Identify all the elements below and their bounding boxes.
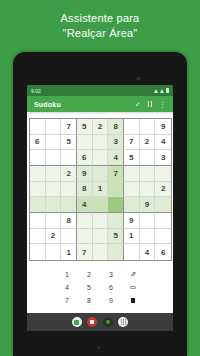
cell-r1c9[interactable]: 9 — [155, 119, 171, 135]
status-time: 9:02 — [31, 88, 41, 94]
cell-r4c7[interactable] — [124, 166, 140, 182]
cell-r7c3[interactable]: 8 — [61, 213, 77, 229]
app-bar: Sudoku ✓ ⋮ — [27, 96, 173, 112]
cell-r5c8[interactable] — [140, 182, 156, 198]
cell-r7c1[interactable] — [30, 213, 46, 229]
eraser-icon — [130, 286, 136, 290]
cell-r2c8[interactable]: 2 — [140, 135, 156, 151]
cell-r5c9[interactable]: 2 — [155, 182, 171, 198]
cell-r9c8[interactable]: 4 — [140, 244, 156, 260]
cell-r9c3[interactable]: 1 — [61, 244, 77, 260]
cell-r4c8[interactable] — [140, 166, 156, 182]
numpad-5[interactable]: 5 — [78, 281, 100, 294]
cell-r3c4[interactable]: 6 — [77, 150, 93, 166]
battery-icon — [166, 88, 169, 93]
cell-r8c4[interactable] — [77, 229, 93, 245]
cell-r4c4[interactable]: 9 — [77, 166, 93, 182]
red-app-icon[interactable] — [87, 317, 97, 327]
cell-r8c5[interactable] — [93, 229, 109, 245]
cell-r8c3[interactable] — [61, 229, 77, 245]
sudoku-board: 75289653724645329781249892511746 — [29, 118, 172, 261]
cell-r4c2[interactable] — [46, 166, 62, 182]
numpad: 123✎456789 — [56, 268, 144, 307]
pencil-icon: ✎ — [130, 271, 136, 279]
cell-r5c1[interactable] — [30, 182, 46, 198]
cell-r1c8[interactable] — [140, 119, 156, 135]
cell-r2c2[interactable] — [46, 135, 62, 151]
numpad-2[interactable]: 2 — [78, 268, 100, 281]
signal-icon — [154, 89, 158, 93]
cell-r5c5[interactable]: 1 — [93, 182, 109, 198]
cell-r7c2[interactable] — [46, 213, 62, 229]
cell-r6c9[interactable] — [155, 197, 171, 213]
cell-r6c4[interactable]: 4 — [77, 197, 93, 213]
notes-button[interactable]: ✎ — [122, 268, 144, 281]
cell-r8c1[interactable] — [30, 229, 46, 245]
cell-r7c8[interactable] — [140, 213, 156, 229]
cell-r6c5[interactable] — [93, 197, 109, 213]
cell-r7c6[interactable] — [108, 213, 124, 229]
cell-r3c2[interactable] — [46, 150, 62, 166]
check-icon[interactable]: ✓ — [135, 101, 141, 108]
cell-r1c1[interactable] — [30, 119, 46, 135]
cell-r2c1[interactable]: 6 — [30, 135, 46, 151]
sudoku-app-icon[interactable] — [72, 317, 82, 327]
cell-r9c7[interactable] — [124, 244, 140, 260]
cell-r8c8[interactable] — [140, 229, 156, 245]
cell-r2c6[interactable]: 3 — [108, 135, 124, 151]
cell-r1c6[interactable]: 8 — [108, 119, 124, 135]
cell-r5c7[interactable] — [124, 182, 140, 198]
cell-r3c7[interactable]: 5 — [124, 150, 140, 166]
cell-r4c6[interactable]: 7 — [108, 166, 124, 182]
dark-green-app-icon[interactable] — [103, 317, 113, 327]
cell-r3c9[interactable]: 3 — [155, 150, 171, 166]
overflow-menu-icon[interactable]: ⋮ — [159, 101, 166, 108]
tablet-frame: 9:02 Sudoku ✓ ⋮ 752896537246453297812498… — [13, 52, 187, 356]
cell-r1c7[interactable] — [124, 119, 140, 135]
cell-r9c2[interactable] — [46, 244, 62, 260]
cell-r6c8[interactable]: 9 — [140, 197, 156, 213]
cell-r4c9[interactable] — [155, 166, 171, 182]
bezel-dot — [97, 346, 100, 349]
numpad-3[interactable]: 3 — [100, 268, 122, 281]
cell-r6c1[interactable] — [30, 197, 46, 213]
cell-r4c3[interactable]: 2 — [61, 166, 77, 182]
cell-r5c6[interactable] — [108, 182, 124, 198]
cell-r1c3[interactable]: 7 — [61, 119, 77, 135]
cell-r9c4[interactable]: 7 — [77, 244, 93, 260]
numpad-8[interactable]: 8 — [78, 294, 100, 307]
numpad-1[interactable]: 1 — [56, 268, 78, 281]
cell-r2c4[interactable] — [77, 135, 93, 151]
cell-r9c6[interactable] — [108, 244, 124, 260]
cell-r3c6[interactable]: 4 — [108, 150, 124, 166]
page-title-line1: Assistente para — [0, 11, 200, 26]
cell-r8c6[interactable]: 5 — [108, 229, 124, 245]
status-bar: 9:02 — [27, 85, 173, 96]
cell-r9c1[interactable] — [30, 244, 46, 260]
cell-r1c5[interactable]: 2 — [93, 119, 109, 135]
cell-r2c3[interactable]: 5 — [61, 135, 77, 151]
cell-r5c4[interactable]: 8 — [77, 182, 93, 198]
front-camera-icon — [137, 77, 140, 80]
cell-r2c5[interactable] — [93, 135, 109, 151]
cell-r6c3[interactable] — [61, 197, 77, 213]
wifi-icon — [160, 89, 164, 93]
cell-r6c7[interactable] — [124, 197, 140, 213]
cell-r5c3[interactable] — [61, 182, 77, 198]
dock — [27, 313, 173, 331]
cell-r8c2[interactable]: 2 — [46, 229, 62, 245]
cell-r7c4[interactable] — [77, 213, 93, 229]
cell-r3c5[interactable] — [93, 150, 109, 166]
cell-r5c2[interactable] — [46, 182, 62, 198]
black-square-icon — [131, 298, 135, 303]
cell-r4c1[interactable] — [30, 166, 46, 182]
page-title: Assistente para "Realçar Área" — [0, 11, 200, 40]
app-drawer-icon[interactable] — [118, 317, 128, 327]
tablet-screen: 9:02 Sudoku ✓ ⋮ 752896537246453297812498… — [27, 85, 173, 331]
numpad-9[interactable]: 9 — [100, 294, 122, 307]
pause-icon[interactable] — [148, 101, 153, 107]
cell-r1c4[interactable]: 5 — [77, 119, 93, 135]
cell-r6c6[interactable] — [108, 197, 124, 213]
cell-r7c9[interactable] — [155, 213, 171, 229]
cell-r3c1[interactable] — [30, 150, 46, 166]
cell-r2c7[interactable]: 7 — [124, 135, 140, 151]
cell-r3c8[interactable] — [140, 150, 156, 166]
numpad-4[interactable]: 4 — [56, 281, 78, 294]
app-title: Sudoku — [34, 101, 61, 108]
cell-r9c5[interactable] — [93, 244, 109, 260]
cell-r8c9[interactable] — [155, 229, 171, 245]
page-title-line2: "Realçar Área" — [0, 26, 200, 41]
cell-r4c5[interactable] — [93, 166, 109, 182]
fill-tool-button[interactable] — [122, 294, 144, 307]
numpad-7[interactable]: 7 — [56, 294, 78, 307]
cell-r2c9[interactable]: 4 — [155, 135, 171, 151]
cell-r3c3[interactable] — [61, 150, 77, 166]
cell-r7c7[interactable]: 9 — [124, 213, 140, 229]
numpad-6[interactable]: 6 — [100, 281, 122, 294]
cell-r8c7[interactable]: 1 — [124, 229, 140, 245]
cell-r9c9[interactable]: 6 — [155, 244, 171, 260]
eraser-button[interactable] — [122, 281, 144, 294]
cell-r6c2[interactable] — [46, 197, 62, 213]
cell-r7c5[interactable] — [93, 213, 109, 229]
cell-r1c2[interactable] — [46, 119, 62, 135]
